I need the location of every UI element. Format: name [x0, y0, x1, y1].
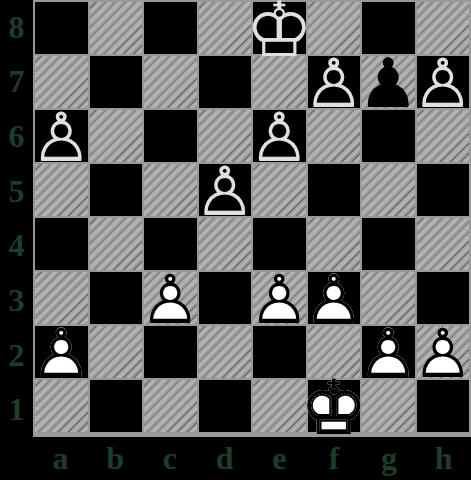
square-g5[interactable]: [362, 164, 415, 216]
square-d3[interactable]: [199, 272, 252, 324]
square-e3[interactable]: ♟♙: [253, 272, 306, 324]
square-a8[interactable]: [35, 2, 88, 54]
square-d7[interactable]: [199, 56, 252, 108]
piece-white-pawn-f3[interactable]: ♟♙: [308, 272, 361, 324]
square-b2[interactable]: [90, 326, 143, 378]
piece-black-pawn-d5[interactable]: ♙: [199, 164, 252, 216]
white-pawn-glyph-outline: ♙: [362, 328, 415, 380]
file-label-c: c: [143, 437, 198, 480]
square-g4[interactable]: [362, 218, 415, 270]
rank-label-8: 8: [0, 0, 33, 55]
file-label-a: a: [33, 437, 88, 480]
square-e2[interactable]: [253, 326, 306, 378]
piece-black-pawn-g7[interactable]: ♟: [362, 56, 415, 108]
square-c6[interactable]: [144, 110, 197, 162]
square-g7[interactable]: ♟: [362, 56, 415, 108]
file-label-b: b: [88, 437, 143, 480]
rank-label-3: 3: [0, 273, 33, 328]
square-d8[interactable]: [199, 2, 252, 54]
square-b3[interactable]: [90, 272, 143, 324]
black-pawn-glyph: ♙: [253, 112, 306, 164]
square-a6[interactable]: ♙: [35, 110, 88, 162]
piece-black-pawn-e6[interactable]: ♙: [253, 110, 306, 162]
square-f3[interactable]: ♟♙: [308, 272, 361, 324]
white-pawn-glyph-outline: ♙: [308, 274, 361, 326]
square-b7[interactable]: [90, 56, 143, 108]
white-pawn-glyph-outline: ♙: [417, 328, 470, 380]
black-pawn-glyph: ♙: [199, 166, 252, 218]
square-b1[interactable]: [90, 380, 143, 432]
file-label-h: h: [416, 437, 471, 480]
square-a2[interactable]: ♟♙: [35, 326, 88, 378]
black-pawn-glyph: ♟: [362, 58, 415, 110]
square-c3[interactable]: ♟♙: [144, 272, 197, 324]
square-d4[interactable]: [199, 218, 252, 270]
square-a5[interactable]: [35, 164, 88, 216]
piece-black-pawn-f7[interactable]: ♙: [308, 56, 361, 108]
rank-label-7: 7: [0, 55, 33, 110]
square-f6[interactable]: [308, 110, 361, 162]
square-g1[interactable]: [362, 380, 415, 432]
chess-diagram: 87654321 ♔♙♟♙♙♙♙♟♙♟♙♟♙♟♙♟♙♟♙♚♔ abcdefgh: [0, 0, 471, 480]
piece-white-pawn-h2[interactable]: ♟♙: [417, 326, 470, 378]
square-e6[interactable]: ♙: [253, 110, 306, 162]
white-pawn-glyph-outline: ♙: [35, 328, 88, 380]
square-f5[interactable]: [308, 164, 361, 216]
piece-black-king-e8[interactable]: ♔: [253, 2, 306, 54]
square-c5[interactable]: [144, 164, 197, 216]
piece-black-pawn-a6[interactable]: ♙: [35, 110, 88, 162]
piece-white-pawn-c3[interactable]: ♟♙: [144, 272, 197, 324]
piece-white-pawn-a2[interactable]: ♟♙: [35, 326, 88, 378]
rank-label-5: 5: [0, 164, 33, 219]
rank-labels: 87654321: [0, 0, 33, 437]
file-label-e: e: [252, 437, 307, 480]
square-c8[interactable]: [144, 2, 197, 54]
square-h1[interactable]: [417, 380, 470, 432]
square-h6[interactable]: [417, 110, 470, 162]
square-d5[interactable]: ♙: [199, 164, 252, 216]
piece-white-pawn-g2[interactable]: ♟♙: [362, 326, 415, 378]
black-king-glyph: ♔: [253, 4, 306, 56]
square-e8[interactable]: ♔: [253, 2, 306, 54]
white-king-glyph-outline: ♔: [308, 382, 361, 434]
square-b8[interactable]: [90, 2, 143, 54]
board: ♔♙♟♙♙♙♙♟♙♟♙♟♙♟♙♟♙♟♙♚♔: [33, 0, 471, 437]
rank-label-4: 4: [0, 219, 33, 274]
square-g2[interactable]: ♟♙: [362, 326, 415, 378]
square-e1[interactable]: [253, 380, 306, 432]
file-label-f: f: [307, 437, 362, 480]
black-pawn-glyph: ♙: [35, 112, 88, 164]
square-a4[interactable]: [35, 218, 88, 270]
rank-label-6: 6: [0, 109, 33, 164]
square-d1[interactable]: [199, 380, 252, 432]
square-d2[interactable]: [199, 326, 252, 378]
square-b4[interactable]: [90, 218, 143, 270]
square-b5[interactable]: [90, 164, 143, 216]
square-f7[interactable]: ♙: [308, 56, 361, 108]
square-e5[interactable]: [253, 164, 306, 216]
piece-white-pawn-e3[interactable]: ♟♙: [253, 272, 306, 324]
square-g6[interactable]: [362, 110, 415, 162]
file-labels: abcdefgh: [33, 437, 471, 480]
square-h5[interactable]: [417, 164, 470, 216]
square-c2[interactable]: [144, 326, 197, 378]
black-pawn-glyph: ♙: [417, 58, 470, 110]
black-pawn-glyph: ♙: [308, 58, 361, 110]
white-pawn-glyph-outline: ♙: [253, 274, 306, 326]
square-c1[interactable]: [144, 380, 197, 432]
white-pawn-glyph-outline: ♙: [144, 274, 197, 326]
square-h2[interactable]: ♟♙: [417, 326, 470, 378]
piece-black-pawn-h7[interactable]: ♙: [417, 56, 470, 108]
square-h7[interactable]: ♙: [417, 56, 470, 108]
rank-label-1: 1: [0, 382, 33, 437]
square-f1[interactable]: ♚♔: [308, 380, 361, 432]
rank-label-2: 2: [0, 328, 33, 383]
square-a1[interactable]: [35, 380, 88, 432]
file-label-d: d: [197, 437, 252, 480]
square-c7[interactable]: [144, 56, 197, 108]
square-b6[interactable]: [90, 110, 143, 162]
file-label-g: g: [362, 437, 417, 480]
piece-white-king-f1[interactable]: ♚♔: [308, 380, 361, 432]
square-h4[interactable]: [417, 218, 470, 270]
